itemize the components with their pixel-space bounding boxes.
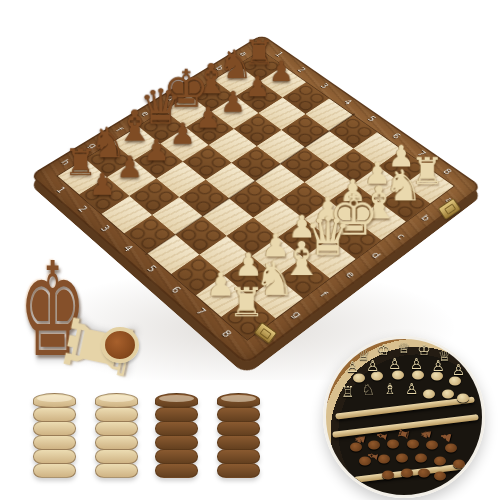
checker-disc [155, 435, 198, 450]
label-number-bottom: 1 [55, 186, 67, 194]
checker-disc [217, 393, 260, 408]
stored-light-checker [442, 389, 454, 398]
stored-light-checker [423, 389, 435, 398]
stored-walnut-piece: ♟ [438, 430, 454, 445]
checker-disc [33, 393, 76, 408]
label-number-top: 6 [390, 132, 401, 140]
checker-disc [155, 421, 198, 436]
label-number-bottom: 5 [145, 265, 157, 274]
checker-disc [155, 407, 198, 422]
dark-checker-stack [155, 393, 198, 478]
square-d4 [231, 146, 280, 181]
label-number-bottom: 6 [169, 285, 182, 295]
stored-maple-piece: ♖ [341, 385, 354, 400]
dark-checker-stack [217, 393, 260, 478]
square-c5 [280, 147, 329, 182]
checker-disc [217, 435, 260, 450]
board-grid: ♜♟♟♜♞♟♟♞♝♟♟♝♚♟♟♚♛♟♟♛♝♟♟♝♞♟♟♞♜♟♟♜ [58, 51, 454, 340]
checker-disc [217, 407, 260, 422]
stored-maple-piece: ♙ [388, 356, 401, 371]
checker-disc [95, 463, 138, 478]
square-b5 [305, 131, 353, 165]
label-letter-right: g [290, 310, 303, 320]
checker-disc [33, 463, 76, 478]
stored-walnut-piece: ♝ [374, 428, 390, 443]
label-number-top: 2 [296, 67, 307, 74]
stored-walnut-piece: ♞ [418, 427, 434, 442]
stored-dark-checker [387, 439, 399, 448]
checker-disc [33, 421, 76, 436]
label-letter-right: e [344, 270, 356, 279]
square-d2: ♟ [186, 112, 234, 145]
label-letter-left: f [114, 126, 124, 132]
square-d5 [255, 164, 305, 200]
checker-disc [155, 449, 198, 464]
stored-dark-checker [401, 469, 413, 478]
square-c3 [234, 113, 282, 146]
checker-disc [95, 407, 138, 422]
square-b4 [281, 114, 329, 147]
checker-disc [95, 449, 138, 464]
felt-base-of-lying-rook [101, 327, 139, 363]
checker-disc [95, 393, 138, 408]
label-number-bottom: 3 [99, 224, 111, 233]
label-letter-left: e [140, 110, 151, 117]
square-e2: ♟ [160, 128, 208, 162]
label-letter-right: c [395, 232, 406, 240]
stored-dark-checker [445, 444, 457, 453]
square-e3 [183, 145, 232, 180]
checker-disc [155, 463, 198, 478]
checker-disc [217, 421, 260, 436]
checker-disc [95, 421, 138, 436]
label-number-top: 5 [366, 115, 377, 123]
label-number-bottom: 8 [220, 329, 233, 339]
stored-dark-checker [426, 441, 438, 450]
stored-walnut-piece: ♜ [396, 427, 412, 442]
stored-maple-piece: ♙ [405, 381, 418, 396]
stored-maple-piece: ♙ [432, 358, 445, 373]
square-c4 [257, 130, 305, 164]
stored-light-checker [457, 394, 469, 403]
label-letter-left: a [238, 50, 249, 57]
checker-disc [95, 435, 138, 450]
square-f2: ♟ [134, 144, 183, 179]
stored-dark-checker [418, 469, 430, 478]
label-number-bottom: 7 [194, 307, 207, 317]
stored-maple-piece: ♘ [361, 383, 374, 398]
label-number-top: 1 [274, 51, 285, 58]
label-letter-left: c [190, 80, 200, 87]
stored-dark-checker [434, 456, 446, 465]
stored-maple-piece: ♙ [410, 356, 423, 371]
square-b2: ♟ [236, 81, 283, 113]
square-b3 [258, 97, 305, 129]
checker-disc [217, 463, 260, 478]
checker-disc [33, 449, 76, 464]
light-checker-stack [33, 393, 76, 478]
label-letter-left: h [60, 158, 72, 166]
stored-dark-checker [434, 472, 446, 481]
stored-dark-checker [382, 470, 394, 479]
chess-set-product-photo: 1122334455667788aabbccddeeffgghh ♜♟♟♜♞♟♟… [0, 0, 500, 500]
label-letter-right: f [319, 290, 329, 298]
stored-maple-piece: ♙ [346, 360, 359, 375]
label-letter-left: b [214, 65, 225, 72]
stored-maple-piece: ♙ [366, 358, 379, 373]
stored-maple-piece: ♙ [452, 363, 465, 378]
label-number-bottom: 4 [122, 244, 134, 253]
storage-interior-inset: ♕♔♕♔♕♙♙♙♙♙♙♖♘♗♙♞♝♜♞♟♝ [323, 336, 485, 498]
light-checker-stack [95, 393, 138, 478]
checker-disc [33, 435, 76, 450]
square-f1: ♝ [112, 126, 160, 160]
square-c2: ♟ [211, 96, 258, 128]
label-letter-right: d [370, 251, 382, 260]
label-letter-left: d [165, 94, 176, 101]
label-number-bottom: 2 [76, 205, 88, 214]
stored-maple-piece: ♗ [383, 381, 396, 396]
square-d3 [208, 129, 256, 163]
checker-disc [217, 449, 260, 464]
stored-dark-checker [396, 453, 408, 462]
label-number-top: 3 [319, 82, 330, 89]
tray-divider [336, 396, 476, 419]
label-letter-left: g [87, 142, 99, 150]
label-number-top: 4 [342, 99, 353, 106]
label-letter-right: b [420, 214, 432, 223]
checker-disc [155, 393, 198, 408]
checker-disc [33, 407, 76, 422]
stored-dark-checker [453, 459, 465, 468]
stored-dark-checker [415, 453, 427, 462]
